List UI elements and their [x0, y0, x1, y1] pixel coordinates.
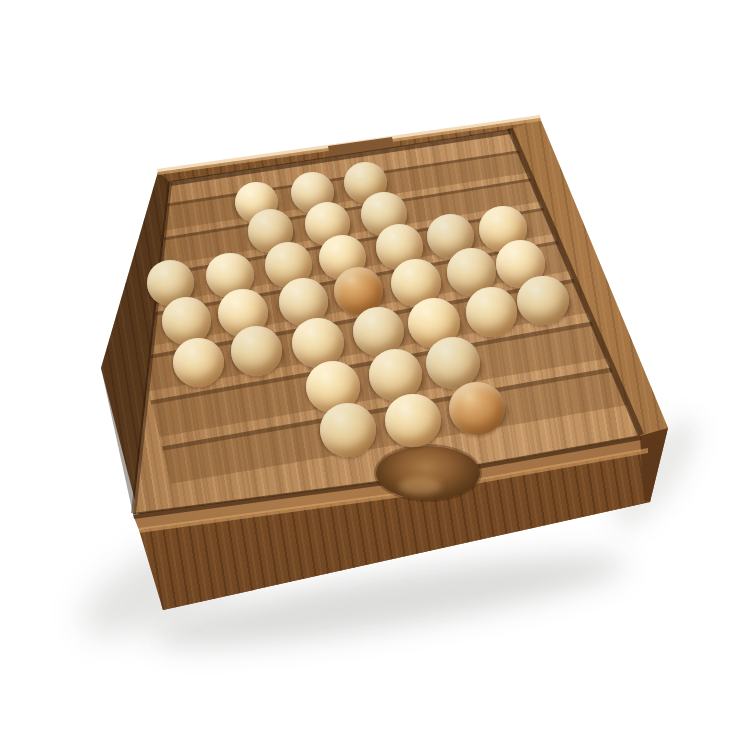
ball-r5c7[interactable]: [517, 276, 569, 326]
ball-r5c3[interactable]: [292, 318, 344, 368]
ball-r7c4[interactable]: [385, 394, 441, 448]
ball-r5c6[interactable]: [466, 287, 518, 337]
ball-r7c5[interactable]: [449, 382, 505, 436]
ball-r5c2[interactable]: [231, 326, 283, 376]
ball-r7c3[interactable]: [320, 403, 376, 457]
ball-r4c1[interactable]: [162, 297, 212, 345]
balls-layer: [0, 0, 750, 750]
solitaire-product-photo: [0, 0, 750, 750]
